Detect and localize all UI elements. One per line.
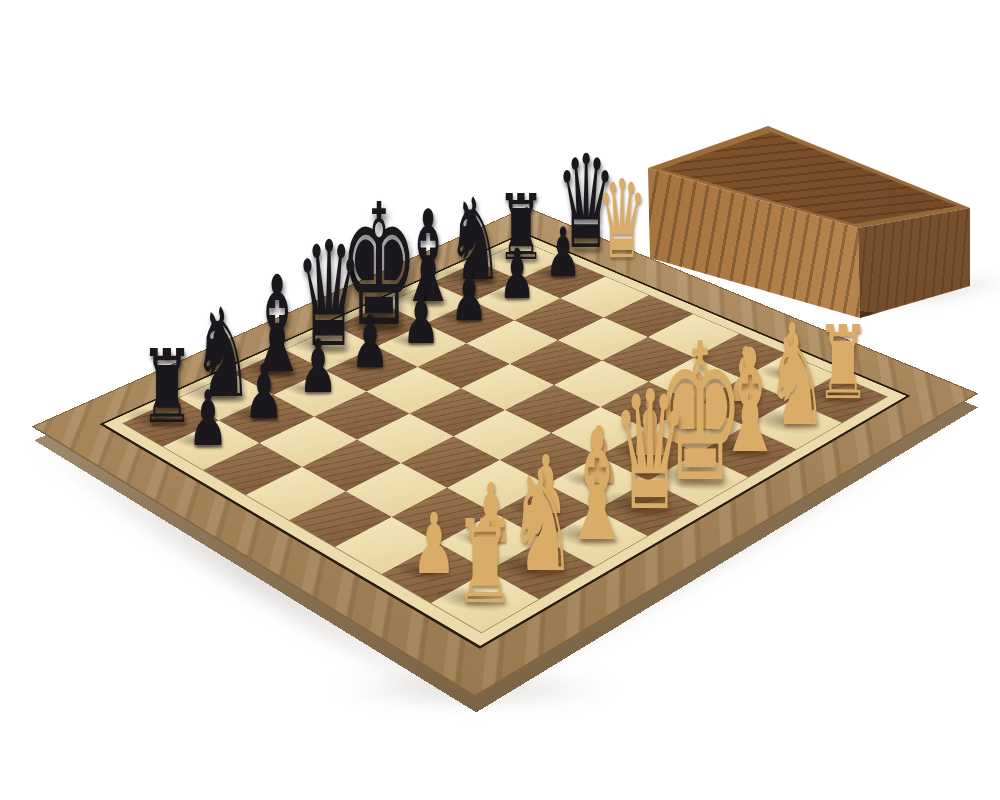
piece-white-rook-a1[interactable]: ♜ (399, 505, 571, 620)
pieces-layer: ♜♞♝♛♚♝♞♜♟♟♟♟♟♟♟♟♟♟♟♟♟♟♟♟♜♞♝♛♚♝♞♜ (0, 0, 1000, 800)
piece-black-pawn-a7[interactable]: ♟ (122, 380, 294, 457)
